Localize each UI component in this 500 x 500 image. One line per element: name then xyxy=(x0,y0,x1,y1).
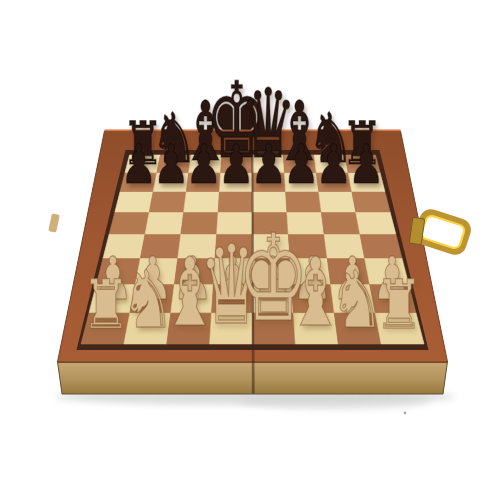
square-a8 xyxy=(125,155,160,173)
square-e3 xyxy=(253,258,292,284)
floor-shadow-right xyxy=(240,392,430,410)
square-e8 xyxy=(253,155,285,173)
square-a2 xyxy=(89,284,135,313)
square-b7 xyxy=(153,173,189,192)
square-g8 xyxy=(314,155,348,173)
square-c1 xyxy=(167,313,212,344)
square-e6 xyxy=(253,192,287,212)
square-c6 xyxy=(184,192,220,212)
square-f5 xyxy=(287,212,324,234)
square-b8 xyxy=(157,155,191,173)
square-b5 xyxy=(145,212,184,234)
square-g3 xyxy=(327,258,369,284)
square-f7 xyxy=(284,173,318,192)
square-d2 xyxy=(212,284,253,313)
square-c5 xyxy=(181,212,218,234)
square-d7 xyxy=(219,173,252,192)
square-a6 xyxy=(115,192,153,212)
square-c7 xyxy=(186,173,220,192)
folding-chess-board xyxy=(0,0,500,500)
square-h4 xyxy=(360,234,402,258)
chess-set-photo: ♜♞♝♚♛♝♞♜♟♟♟♟♟♟♟♟♟♟♟♟♟♟♟♟♜♞♝♛♚♝♞♜ xyxy=(0,0,500,500)
square-e5 xyxy=(253,212,289,234)
square-b6 xyxy=(149,192,186,212)
square-h8 xyxy=(345,155,380,173)
square-f6 xyxy=(286,192,322,212)
square-c8 xyxy=(189,155,222,173)
square-h2 xyxy=(370,284,416,313)
square-e4 xyxy=(253,234,290,258)
dust-speck xyxy=(404,412,407,415)
square-f3 xyxy=(290,258,331,284)
square-c4 xyxy=(178,234,217,258)
square-g1 xyxy=(334,313,381,344)
square-e2 xyxy=(253,284,294,313)
square-d8 xyxy=(221,155,253,173)
square-a3 xyxy=(96,258,140,284)
square-a7 xyxy=(120,173,157,192)
square-h5 xyxy=(356,212,396,234)
square-a1 xyxy=(81,313,130,344)
square-b1 xyxy=(124,313,171,344)
square-g5 xyxy=(321,212,360,234)
square-a4 xyxy=(103,234,145,258)
square-f4 xyxy=(288,234,327,258)
square-d1 xyxy=(210,313,253,344)
square-d3 xyxy=(214,258,253,284)
latch-keeper-left xyxy=(48,213,60,232)
square-h6 xyxy=(352,192,390,212)
square-c2 xyxy=(171,284,214,313)
square-b3 xyxy=(135,258,177,284)
square-f2 xyxy=(292,284,335,313)
square-h1 xyxy=(375,313,424,344)
square-f1 xyxy=(293,313,338,344)
square-f8 xyxy=(283,155,316,173)
square-b2 xyxy=(130,284,175,313)
square-d5 xyxy=(217,212,253,234)
square-a5 xyxy=(109,212,149,234)
square-e1 xyxy=(253,313,296,344)
square-d6 xyxy=(218,192,252,212)
square-c3 xyxy=(174,258,215,284)
square-g2 xyxy=(331,284,376,313)
square-d4 xyxy=(215,234,252,258)
square-g4 xyxy=(324,234,365,258)
square-e7 xyxy=(253,173,286,192)
square-h7 xyxy=(348,173,385,192)
square-b4 xyxy=(140,234,181,258)
square-g6 xyxy=(319,192,356,212)
square-g7 xyxy=(316,173,352,192)
square-h3 xyxy=(365,258,409,284)
